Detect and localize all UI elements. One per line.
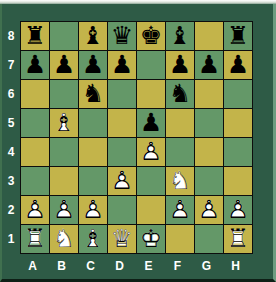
square-b3[interactable] — [50, 167, 78, 195]
rank-label-7: 7 — [2, 50, 20, 79]
square-b5[interactable]: ♝♗ — [50, 109, 78, 137]
black-queen[interactable]: ♛ — [108, 22, 136, 50]
square-g7[interactable]: ♟ — [195, 51, 223, 79]
white-pawn[interactable]: ♟ — [195, 196, 223, 224]
square-e3[interactable] — [137, 167, 165, 195]
white-pawn-outline: ♙ — [166, 196, 194, 224]
square-f3[interactable]: ♞♘ — [166, 167, 194, 195]
white-knight-outline: ♘ — [166, 167, 194, 195]
white-bishop[interactable]: ♝ — [79, 225, 107, 253]
square-f2[interactable]: ♟♙ — [166, 196, 194, 224]
white-pawn-outline: ♙ — [50, 196, 78, 224]
rank-label-2: 2 — [2, 195, 20, 224]
file-label-b: B — [47, 257, 76, 275]
square-a1[interactable]: ♜♖ — [21, 225, 49, 253]
black-bishop[interactable]: ♝ — [79, 22, 107, 50]
square-b2[interactable]: ♟♙ — [50, 196, 78, 224]
square-b4[interactable] — [50, 138, 78, 166]
white-rook-outline: ♖ — [224, 225, 252, 253]
square-f5[interactable] — [166, 109, 194, 137]
square-e4[interactable]: ♟♙ — [137, 138, 165, 166]
square-a8[interactable]: ♜ — [21, 22, 49, 50]
square-c2[interactable]: ♟♙ — [79, 196, 107, 224]
white-pawn-outline: ♙ — [137, 138, 165, 166]
square-h8[interactable]: ♜ — [224, 22, 252, 50]
square-h7[interactable]: ♟ — [224, 51, 252, 79]
square-f4[interactable] — [166, 138, 194, 166]
square-h6[interactable] — [224, 80, 252, 108]
white-knight[interactable]: ♞ — [50, 225, 78, 253]
white-pawn-outline: ♙ — [195, 196, 223, 224]
white-pawn[interactable]: ♟ — [137, 138, 165, 166]
rank-labels: 87654321 — [2, 21, 20, 253]
rank-label-8: 8 — [2, 21, 20, 50]
black-rook[interactable]: ♜ — [224, 22, 252, 50]
file-label-c: C — [76, 257, 105, 275]
square-e8[interactable]: ♚ — [137, 22, 165, 50]
rank-label-5: 5 — [2, 108, 20, 137]
white-rook-outline: ♖ — [21, 225, 49, 253]
square-d8[interactable]: ♛ — [108, 22, 136, 50]
square-g4[interactable] — [195, 138, 223, 166]
square-g1[interactable] — [195, 225, 223, 253]
rank-label-6: 6 — [2, 79, 20, 108]
square-f7[interactable]: ♟ — [166, 51, 194, 79]
black-pawn[interactable]: ♟ — [224, 51, 252, 79]
square-a6[interactable] — [21, 80, 49, 108]
square-d1[interactable]: ♛♕ — [108, 225, 136, 253]
file-label-f: F — [163, 257, 192, 275]
file-label-h: H — [221, 257, 250, 275]
square-e5[interactable]: ♟ — [137, 109, 165, 137]
square-b1[interactable]: ♞♘ — [50, 225, 78, 253]
square-e2[interactable] — [137, 196, 165, 224]
square-a3[interactable] — [21, 167, 49, 195]
white-queen-outline: ♕ — [108, 225, 136, 253]
square-e1[interactable]: ♚♔ — [137, 225, 165, 253]
chess-board[interactable]: ♜♝♛♚♝♜♟♟♟♟♟♟♟♞♞♝♗♟♟♙♟♙♞♘♟♙♟♙♟♙♟♙♟♙♟♙♜♖♞♘… — [20, 21, 253, 254]
square-a7[interactable]: ♟ — [21, 51, 49, 79]
white-bishop[interactable]: ♝ — [50, 109, 78, 137]
file-label-e: E — [134, 257, 163, 275]
white-pawn[interactable]: ♟ — [108, 167, 136, 195]
file-label-a: A — [18, 257, 47, 275]
white-queen[interactable]: ♛ — [108, 225, 136, 253]
square-e6[interactable] — [137, 80, 165, 108]
black-pawn[interactable]: ♟ — [108, 51, 136, 79]
black-pawn[interactable]: ♟ — [195, 51, 223, 79]
white-pawn[interactable]: ♟ — [21, 196, 49, 224]
white-pawn-outline: ♙ — [21, 196, 49, 224]
white-pawn[interactable]: ♟ — [166, 196, 194, 224]
square-f1[interactable] — [166, 225, 194, 253]
square-f6[interactable]: ♞ — [166, 80, 194, 108]
white-pawn-outline: ♙ — [224, 196, 252, 224]
black-knight[interactable]: ♞ — [166, 80, 194, 108]
white-bishop-outline: ♗ — [79, 225, 107, 253]
square-d6[interactable] — [108, 80, 136, 108]
white-knight-outline: ♘ — [50, 225, 78, 253]
white-rook[interactable]: ♜ — [21, 225, 49, 253]
square-f8[interactable]: ♝ — [166, 22, 194, 50]
black-knight[interactable]: ♞ — [79, 80, 107, 108]
black-pawn[interactable]: ♟ — [166, 51, 194, 79]
square-d5[interactable] — [108, 109, 136, 137]
square-c6[interactable]: ♞ — [79, 80, 107, 108]
white-pawn-outline: ♙ — [79, 196, 107, 224]
black-bishop[interactable]: ♝ — [166, 22, 194, 50]
white-rook[interactable]: ♜ — [224, 225, 252, 253]
square-a2[interactable]: ♟♙ — [21, 196, 49, 224]
square-h2[interactable]: ♟♙ — [224, 196, 252, 224]
square-g3[interactable] — [195, 167, 223, 195]
square-h4[interactable] — [224, 138, 252, 166]
square-b6[interactable] — [50, 80, 78, 108]
black-pawn[interactable]: ♟ — [79, 51, 107, 79]
square-g5[interactable] — [195, 109, 223, 137]
black-king[interactable]: ♚ — [137, 22, 165, 50]
white-pawn[interactable]: ♟ — [79, 196, 107, 224]
white-bishop-outline: ♗ — [50, 109, 78, 137]
black-pawn[interactable]: ♟ — [21, 51, 49, 79]
file-label-d: D — [105, 257, 134, 275]
square-h3[interactable] — [224, 167, 252, 195]
white-king[interactable]: ♚ — [137, 225, 165, 253]
white-pawn-outline: ♙ — [108, 167, 136, 195]
square-g8[interactable] — [195, 22, 223, 50]
square-c4[interactable] — [79, 138, 107, 166]
square-d2[interactable] — [108, 196, 136, 224]
square-h5[interactable] — [224, 109, 252, 137]
square-c1[interactable]: ♝♗ — [79, 225, 107, 253]
square-b8[interactable] — [50, 22, 78, 50]
chess-window: 87654321 ♜♝♛♚♝♜♟♟♟♟♟♟♟♞♞♝♗♟♟♙♟♙♞♘♟♙♟♙♟♙♟… — [0, 0, 276, 282]
square-b7[interactable]: ♟ — [50, 51, 78, 79]
square-d3[interactable]: ♟♙ — [108, 167, 136, 195]
square-c5[interactable] — [79, 109, 107, 137]
square-a4[interactable] — [21, 138, 49, 166]
square-e7[interactable] — [137, 51, 165, 79]
black-pawn[interactable]: ♟ — [137, 109, 165, 137]
white-knight[interactable]: ♞ — [166, 167, 194, 195]
board-frame: 87654321 ♜♝♛♚♝♜♟♟♟♟♟♟♟♞♞♝♗♟♟♙♟♙♞♘♟♙♟♙♟♙♟… — [0, 4, 276, 282]
white-king-outline: ♔ — [137, 225, 165, 253]
file-label-g: G — [192, 257, 221, 275]
white-pawn[interactable]: ♟ — [50, 196, 78, 224]
square-c3[interactable] — [79, 167, 107, 195]
square-g2[interactable]: ♟♙ — [195, 196, 223, 224]
square-d4[interactable] — [108, 138, 136, 166]
rank-label-4: 4 — [2, 137, 20, 166]
square-h1[interactable]: ♜♖ — [224, 225, 252, 253]
rank-label-1: 1 — [2, 224, 20, 253]
square-a5[interactable] — [21, 109, 49, 137]
square-d7[interactable]: ♟ — [108, 51, 136, 79]
black-rook[interactable]: ♜ — [21, 22, 49, 50]
square-c8[interactable]: ♝ — [79, 22, 107, 50]
square-c7[interactable]: ♟ — [79, 51, 107, 79]
rank-label-3: 3 — [2, 166, 20, 195]
white-pawn[interactable]: ♟ — [224, 196, 252, 224]
black-pawn[interactable]: ♟ — [50, 51, 78, 79]
file-labels: ABCDEFGH — [18, 257, 251, 275]
square-g6[interactable] — [195, 80, 223, 108]
